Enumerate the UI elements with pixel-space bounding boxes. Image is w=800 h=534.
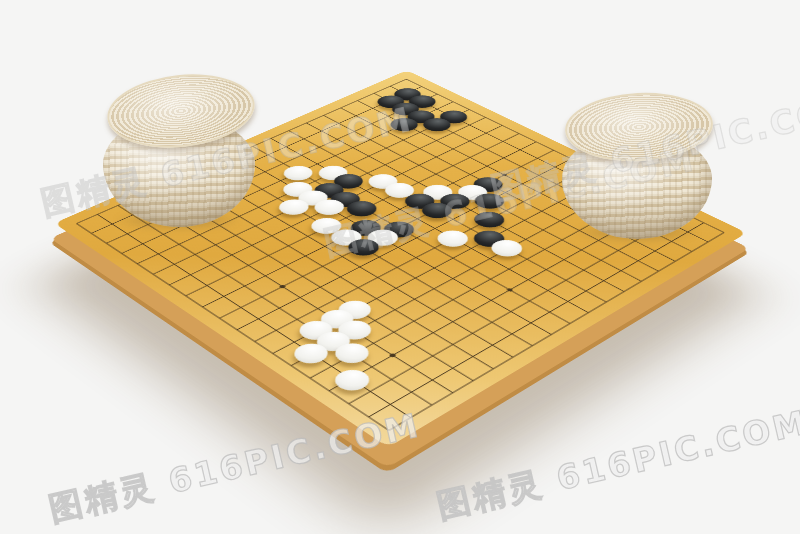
watermark: 图精灵 616PIC.COM (45, 403, 425, 532)
watermark: 图精灵 616PIC.COM (433, 400, 800, 529)
photo-scene: 图精灵 616PIC.COM图精灵 616PIC.COM图精灵 616PIC.C… (0, 0, 800, 534)
